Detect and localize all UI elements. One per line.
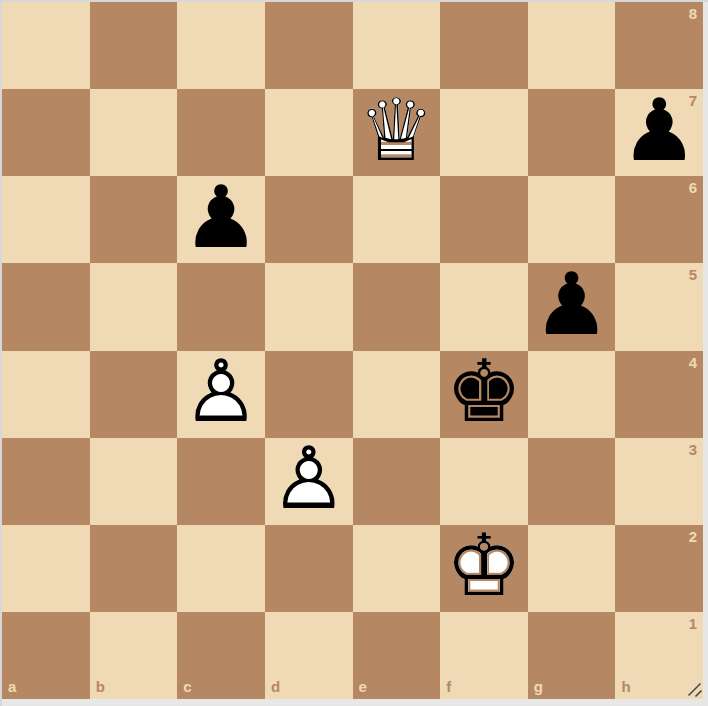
square-a7[interactable] [2, 89, 90, 176]
square-c2[interactable] [177, 525, 265, 612]
square-a1[interactable]: a [2, 612, 90, 699]
file-label-f: f [446, 678, 451, 695]
piece-black-pawn[interactable]: ♟ [177, 176, 265, 263]
square-b6[interactable] [90, 176, 178, 263]
piece-black-pawn[interactable]: ♟ [615, 89, 703, 176]
piece-black-pawn[interactable]: ♟ [528, 263, 616, 350]
square-h7[interactable]: 7♟ [615, 89, 703, 176]
square-h5[interactable]: 5 [615, 263, 703, 350]
file-label-a: a [8, 678, 16, 695]
square-b5[interactable] [90, 263, 178, 350]
square-d5[interactable] [265, 263, 353, 350]
square-f5[interactable] [440, 263, 528, 350]
square-h2[interactable]: 2 [615, 525, 703, 612]
rank-label-6: 6 [689, 179, 697, 196]
square-b1[interactable]: b [90, 612, 178, 699]
file-label-h: h [621, 678, 630, 695]
square-a8[interactable] [2, 2, 90, 89]
square-d1[interactable]: d [265, 612, 353, 699]
square-f8[interactable] [440, 2, 528, 89]
square-g8[interactable] [528, 2, 616, 89]
square-d6[interactable] [265, 176, 353, 263]
file-label-d: d [271, 678, 280, 695]
black-king-glyph: ♚ [445, 348, 522, 434]
square-f4[interactable]: ♚ [440, 351, 528, 438]
file-label-e: e [359, 678, 367, 695]
square-c8[interactable] [177, 2, 265, 89]
square-h6[interactable]: 6 [615, 176, 703, 263]
square-g2[interactable] [528, 525, 616, 612]
square-c5[interactable] [177, 263, 265, 350]
square-h3[interactable]: 3 [615, 438, 703, 525]
piece-black-king[interactable]: ♚ [440, 351, 528, 438]
square-b8[interactable] [90, 2, 178, 89]
square-d4[interactable] [265, 351, 353, 438]
square-d2[interactable] [265, 525, 353, 612]
square-c7[interactable] [177, 89, 265, 176]
piece-white-king[interactable]: ♚♔ [440, 525, 528, 612]
square-b4[interactable] [90, 351, 178, 438]
page-background: 8♛♕7♟♟6♟5♟♙♚4♟♙3♚♔2abcdefg1h [0, 0, 708, 706]
black-pawn-glyph: ♟ [533, 260, 610, 346]
square-g7[interactable] [528, 89, 616, 176]
rank-label-8: 8 [689, 5, 697, 22]
square-b2[interactable] [90, 525, 178, 612]
piece-white-pawn[interactable]: ♟♙ [177, 351, 265, 438]
chess-board: 8♛♕7♟♟6♟5♟♙♚4♟♙3♚♔2abcdefg1h [2, 2, 703, 699]
square-d8[interactable] [265, 2, 353, 89]
rank-label-3: 3 [689, 441, 697, 458]
square-g6[interactable] [528, 176, 616, 263]
square-g4[interactable] [528, 351, 616, 438]
square-f7[interactable] [440, 89, 528, 176]
square-f3[interactable] [440, 438, 528, 525]
square-e4[interactable] [353, 351, 441, 438]
resize-grip-icon[interactable] [687, 682, 702, 697]
file-label-b: b [96, 678, 105, 695]
rank-label-5: 5 [689, 266, 697, 283]
rank-label-4: 4 [689, 354, 697, 371]
square-e7[interactable]: ♛♕ [353, 89, 441, 176]
square-e5[interactable] [353, 263, 441, 350]
square-g1[interactable]: g [528, 612, 616, 699]
white-pawn-outline-glyph: ♙ [270, 435, 347, 521]
square-g5[interactable]: ♟ [528, 263, 616, 350]
square-c3[interactable] [177, 438, 265, 525]
square-h4[interactable]: 4 [615, 351, 703, 438]
square-a6[interactable] [2, 176, 90, 263]
square-f1[interactable]: f [440, 612, 528, 699]
square-b3[interactable] [90, 438, 178, 525]
white-king-outline-glyph: ♔ [445, 522, 522, 608]
square-d3[interactable]: ♟♙ [265, 438, 353, 525]
square-a5[interactable] [2, 263, 90, 350]
square-c6[interactable]: ♟ [177, 176, 265, 263]
white-queen-outline-glyph: ♕ [358, 86, 435, 172]
square-a4[interactable] [2, 351, 90, 438]
rank-label-2: 2 [689, 528, 697, 545]
square-c4[interactable]: ♟♙ [177, 351, 265, 438]
black-pawn-glyph: ♟ [183, 173, 260, 259]
square-a2[interactable] [2, 525, 90, 612]
square-c1[interactable]: c [177, 612, 265, 699]
file-label-c: c [183, 678, 191, 695]
square-e2[interactable] [353, 525, 441, 612]
square-e6[interactable] [353, 176, 441, 263]
black-pawn-glyph: ♟ [621, 86, 698, 172]
square-d7[interactable] [265, 89, 353, 176]
square-a3[interactable] [2, 438, 90, 525]
square-b7[interactable] [90, 89, 178, 176]
square-f6[interactable] [440, 176, 528, 263]
file-label-g: g [534, 678, 543, 695]
square-g3[interactable] [528, 438, 616, 525]
square-e1[interactable]: e [353, 612, 441, 699]
piece-white-queen[interactable]: ♛♕ [353, 89, 441, 176]
rank-label-1: 1 [689, 615, 697, 632]
square-e8[interactable] [353, 2, 441, 89]
square-h8[interactable]: 8 [615, 2, 703, 89]
square-e3[interactable] [353, 438, 441, 525]
square-f2[interactable]: ♚♔ [440, 525, 528, 612]
white-pawn-outline-glyph: ♙ [183, 348, 260, 434]
piece-white-pawn[interactable]: ♟♙ [265, 438, 353, 525]
